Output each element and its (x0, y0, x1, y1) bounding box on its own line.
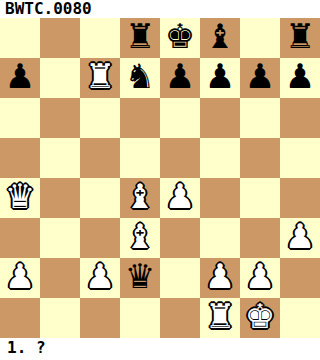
square-d2[interactable]: ♛ (120, 258, 160, 298)
square-f6[interactable] (200, 98, 240, 138)
white-bishop[interactable]: ♝ (125, 218, 155, 256)
square-c6[interactable] (80, 98, 120, 138)
square-a2[interactable]: ♟ (0, 258, 40, 298)
black-pawn[interactable]: ♟ (205, 58, 235, 96)
square-a5[interactable] (0, 138, 40, 178)
white-rook[interactable]: ♜ (205, 298, 235, 336)
chess-puzzle-page: BWTC.0080 ♜♚♝♜♟♜♞♟♟♟♟♛♝♟♝♟♟♟♛♟♟♜♚ 1. ? (0, 0, 320, 360)
black-pawn[interactable]: ♟ (285, 58, 315, 96)
square-d7[interactable]: ♞ (120, 58, 160, 98)
square-d6[interactable] (120, 98, 160, 138)
square-b3[interactable] (40, 218, 80, 258)
square-f4[interactable] (200, 178, 240, 218)
square-d5[interactable] (120, 138, 160, 178)
white-king[interactable]: ♚ (245, 298, 275, 336)
square-f1[interactable]: ♜ (200, 298, 240, 338)
square-h2[interactable] (280, 258, 320, 298)
square-h3[interactable]: ♟ (280, 218, 320, 258)
square-e7[interactable]: ♟ (160, 58, 200, 98)
black-rook[interactable]: ♜ (285, 18, 315, 56)
white-pawn[interactable]: ♟ (285, 218, 315, 256)
square-d8[interactable]: ♜ (120, 18, 160, 58)
black-queen[interactable]: ♛ (125, 258, 155, 296)
square-g7[interactable]: ♟ (240, 58, 280, 98)
square-c2[interactable]: ♟ (80, 258, 120, 298)
square-g4[interactable] (240, 178, 280, 218)
black-pawn[interactable]: ♟ (165, 58, 195, 96)
square-d1[interactable] (120, 298, 160, 338)
black-knight[interactable]: ♞ (125, 58, 155, 96)
square-h4[interactable] (280, 178, 320, 218)
square-c7[interactable]: ♜ (80, 58, 120, 98)
square-e8[interactable]: ♚ (160, 18, 200, 58)
square-g2[interactable]: ♟ (240, 258, 280, 298)
square-e3[interactable] (160, 218, 200, 258)
square-h6[interactable] (280, 98, 320, 138)
square-e5[interactable] (160, 138, 200, 178)
square-c3[interactable] (80, 218, 120, 258)
square-g5[interactable] (240, 138, 280, 178)
square-b8[interactable] (40, 18, 80, 58)
puzzle-title: BWTC.0080 (5, 1, 92, 17)
square-f3[interactable] (200, 218, 240, 258)
white-queen[interactable]: ♛ (5, 178, 35, 216)
square-c4[interactable] (80, 178, 120, 218)
square-b7[interactable] (40, 58, 80, 98)
square-c8[interactable] (80, 18, 120, 58)
square-b6[interactable] (40, 98, 80, 138)
square-b2[interactable] (40, 258, 80, 298)
square-h8[interactable]: ♜ (280, 18, 320, 58)
move-prompt: 1. ? (7, 339, 46, 357)
square-a8[interactable] (0, 18, 40, 58)
square-b1[interactable] (40, 298, 80, 338)
square-h7[interactable]: ♟ (280, 58, 320, 98)
square-f5[interactable] (200, 138, 240, 178)
square-h1[interactable] (280, 298, 320, 338)
square-a3[interactable] (0, 218, 40, 258)
square-e6[interactable] (160, 98, 200, 138)
white-pawn[interactable]: ♟ (5, 258, 35, 296)
white-pawn[interactable]: ♟ (85, 258, 115, 296)
square-c1[interactable] (80, 298, 120, 338)
white-rook[interactable]: ♜ (85, 58, 115, 96)
white-pawn[interactable]: ♟ (205, 258, 235, 296)
square-d4[interactable]: ♝ (120, 178, 160, 218)
square-g6[interactable] (240, 98, 280, 138)
square-g1[interactable]: ♚ (240, 298, 280, 338)
square-g8[interactable] (240, 18, 280, 58)
square-e1[interactable] (160, 298, 200, 338)
square-d3[interactable]: ♝ (120, 218, 160, 258)
black-rook[interactable]: ♜ (125, 18, 155, 56)
square-a6[interactable] (0, 98, 40, 138)
chess-board: ♜♚♝♜♟♜♞♟♟♟♟♛♝♟♝♟♟♟♛♟♟♜♚ (0, 18, 320, 338)
square-h5[interactable] (280, 138, 320, 178)
white-pawn[interactable]: ♟ (245, 258, 275, 296)
square-c5[interactable] (80, 138, 120, 178)
square-g3[interactable] (240, 218, 280, 258)
white-bishop[interactable]: ♝ (125, 178, 155, 216)
black-king[interactable]: ♚ (165, 18, 195, 56)
black-pawn[interactable]: ♟ (245, 58, 275, 96)
square-b4[interactable] (40, 178, 80, 218)
square-f8[interactable]: ♝ (200, 18, 240, 58)
square-f2[interactable]: ♟ (200, 258, 240, 298)
square-e4[interactable]: ♟ (160, 178, 200, 218)
square-e2[interactable] (160, 258, 200, 298)
black-pawn[interactable]: ♟ (5, 58, 35, 96)
black-bishop[interactable]: ♝ (205, 18, 235, 56)
square-a1[interactable] (0, 298, 40, 338)
square-f7[interactable]: ♟ (200, 58, 240, 98)
square-a7[interactable]: ♟ (0, 58, 40, 98)
square-b5[interactable] (40, 138, 80, 178)
white-pawn[interactable]: ♟ (165, 178, 195, 216)
square-a4[interactable]: ♛ (0, 178, 40, 218)
